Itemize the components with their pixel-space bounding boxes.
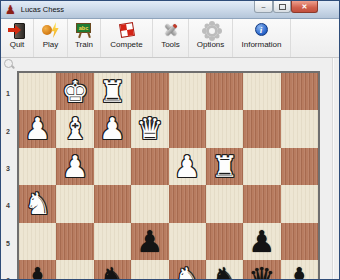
window-controls: – ✕ [254,1,318,13]
square-a1[interactable] [281,73,318,110]
square-a3[interactable] [281,148,318,185]
black-queen: ♛ [249,260,276,280]
window-title: Lucas Chess [21,5,64,14]
square-d3[interactable]: ♟ [169,148,206,185]
toolbar-button-train[interactable]: abc Train [68,19,101,57]
main-toolbar: Quit Play abc Train Compete Tools [1,19,339,58]
square-f2[interactable]: ♟ [94,110,131,147]
square-f5[interactable] [94,223,131,260]
square-b1[interactable] [243,73,280,110]
close-button[interactable]: ✕ [291,1,318,13]
black-pawn: ♟ [24,260,51,280]
square-e1[interactable] [131,73,168,110]
toolbar-button-options[interactable]: Options [189,19,233,57]
square-h2[interactable]: ♟ [19,110,56,147]
square-d4[interactable] [169,185,206,222]
white-rook: ♜ [99,73,126,110]
square-g5[interactable] [56,223,93,260]
square-e6[interactable] [131,260,168,280]
square-h3[interactable] [19,148,56,185]
square-a5[interactable] [281,223,318,260]
toolbar-label-compete: Compete [110,40,142,49]
square-a6[interactable]: ♟ [281,260,318,280]
rank-label-2: 2 [1,112,15,149]
toolbar-label-play: Play [43,40,59,49]
toolbar-label-options: Options [197,40,225,49]
board-area: 12345678 ♚♜♟♝♟♛♟♟♜♞♟♟♟♞♞♞♛♟ [1,58,339,280]
square-g6[interactable] [56,260,93,280]
rank-labels: 12345678 [1,58,15,280]
white-pawn: ♟ [99,110,126,147]
compete-checkered-icon [118,22,136,38]
white-king: ♚ [62,73,89,110]
play-lightning-icon [42,22,60,38]
toolbar-button-quit[interactable]: Quit [1,19,34,57]
options-gear-icon [202,22,220,38]
chess-board[interactable]: ♚♜♟♝♟♛♟♟♜♞♟♟♟♞♞♞♛♟ [17,71,320,280]
app-pawn-icon: ♟ [5,4,16,16]
lucas-chess-window: ♟ Lucas Chess – ✕ Quit Play abc Train [0,0,340,280]
black-pawn: ♟ [286,260,313,280]
square-b5[interactable]: ♟ [243,223,280,260]
white-knight: ♞ [24,185,51,222]
toolbar-button-compete[interactable]: Compete [101,19,153,57]
toolbar-label-information: Information [241,40,281,49]
black-pawn: ♟ [136,223,163,260]
minimize-button[interactable]: – [254,1,273,13]
rank-label-3: 3 [1,150,15,187]
train-chalkboard-icon: abc [75,22,93,38]
toolbar-button-tools[interactable]: Tools [153,19,189,57]
maximize-button[interactable] [273,1,291,13]
square-h1[interactable] [19,73,56,110]
toolbar-button-play[interactable]: Play [34,19,68,57]
white-pawn: ♟ [62,148,89,185]
square-f3[interactable] [94,148,131,185]
rank-label-1: 1 [1,75,15,112]
square-e4[interactable] [131,185,168,222]
rank-label-6: 6 [1,262,15,280]
tools-crossed-icon [162,22,180,38]
information-icon: i [253,22,271,38]
rank-label-5: 5 [1,225,15,262]
white-pawn: ♟ [24,110,51,147]
square-e5[interactable]: ♟ [131,223,168,260]
square-h4[interactable]: ♞ [19,185,56,222]
square-g1[interactable]: ♚ [56,73,93,110]
black-pawn: ♟ [249,223,276,260]
square-d1[interactable] [169,73,206,110]
toolbar-label-tools: Tools [161,40,180,49]
square-e3[interactable] [131,148,168,185]
toolbar-button-information[interactable]: i Information [233,19,291,57]
square-d5[interactable] [169,223,206,260]
square-c5[interactable] [206,223,243,260]
white-rook: ♜ [211,148,238,185]
toolbar-label-train: Train [75,40,93,49]
square-c4[interactable] [206,185,243,222]
square-b4[interactable] [243,185,280,222]
square-d2[interactable] [169,110,206,147]
square-f4[interactable] [94,185,131,222]
rank-label-4: 4 [1,187,15,224]
square-e2[interactable]: ♛ [131,110,168,147]
square-c3[interactable]: ♜ [206,148,243,185]
square-f1[interactable]: ♜ [94,73,131,110]
square-a2[interactable] [281,110,318,147]
white-pawn: ♟ [174,148,201,185]
white-bishop: ♝ [62,110,89,147]
square-c2[interactable] [206,110,243,147]
panel-separator [332,58,333,280]
white-queen: ♛ [136,110,163,147]
maximize-icon [279,4,286,10]
minimize-icon: – [262,3,266,10]
square-b2[interactable] [243,110,280,147]
square-h5[interactable] [19,223,56,260]
square-f6[interactable]: ♞ [94,260,131,280]
square-b6[interactable]: ♛ [243,260,280,280]
square-b3[interactable] [243,148,280,185]
square-g4[interactable] [56,185,93,222]
square-h6[interactable]: ♟ [19,260,56,280]
square-c1[interactable] [206,73,243,110]
square-g3[interactable]: ♟ [56,148,93,185]
black-knight: ♞ [99,260,126,280]
close-icon: ✕ [302,3,308,11]
black-knight: ♞ [211,260,238,280]
square-a4[interactable] [281,185,318,222]
quit-door-arrow-icon [8,22,26,38]
square-d6[interactable]: ♞ [169,260,206,280]
white-knight: ♞ [174,260,201,280]
title-bar[interactable]: ♟ Lucas Chess – ✕ [1,1,339,19]
square-g2[interactable]: ♝ [56,110,93,147]
square-c6[interactable]: ♞ [206,260,243,280]
toolbar-label-quit: Quit [10,40,25,49]
